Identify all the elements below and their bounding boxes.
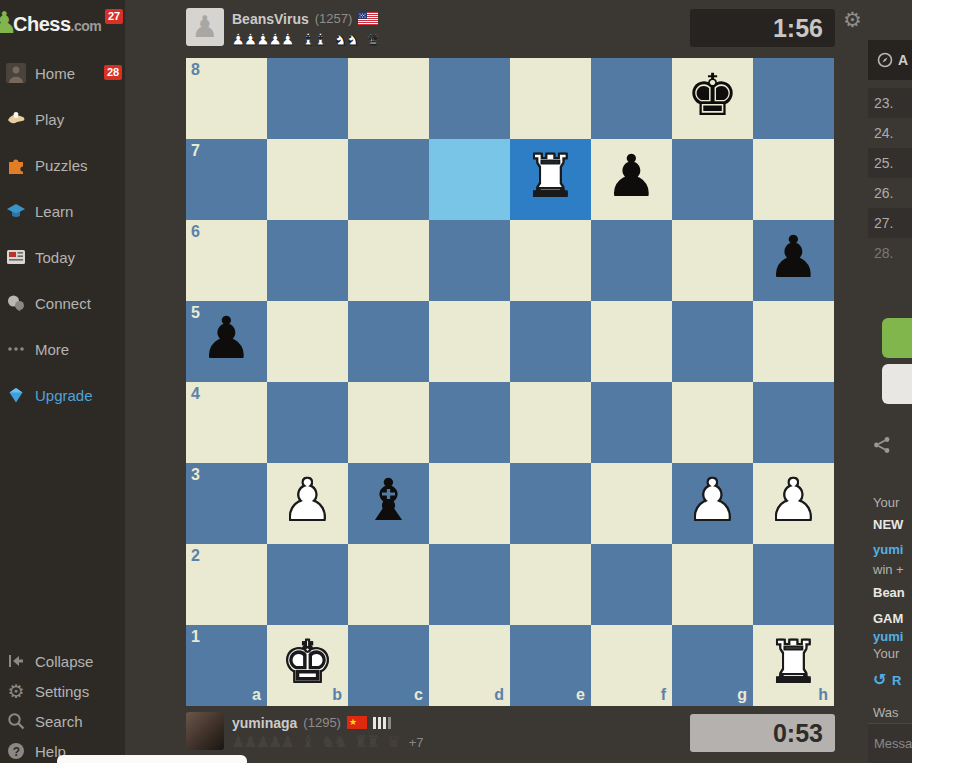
- square-h7[interactable]: [753, 139, 834, 220]
- compass-icon: [877, 52, 893, 68]
- panel-text[interactable]: ↺ R: [873, 670, 901, 689]
- captured-knights: ♞♞: [333, 31, 358, 49]
- black-bishop[interactable]: ♝: [348, 460, 429, 541]
- top-player-clock: 1:56: [690, 9, 835, 47]
- square-a3[interactable]: 3: [186, 463, 267, 544]
- move-row-28[interactable]: 28.: [868, 238, 912, 268]
- bottom-player-name[interactable]: yuminaga: [232, 715, 297, 731]
- message-input[interactable]: Messa: [868, 723, 912, 763]
- square-e5[interactable]: [510, 301, 591, 382]
- puzzle-icon: [5, 155, 27, 175]
- dots-icon: [5, 339, 27, 359]
- white-king[interactable]: ♚: [267, 622, 348, 703]
- captured-rooks: ♜♜: [354, 733, 379, 751]
- diamond-icon: [5, 385, 27, 405]
- sidebar-item-today[interactable]: Today: [0, 244, 125, 270]
- panel-text: Your: [873, 495, 899, 510]
- square-f1[interactable]: f: [591, 625, 672, 706]
- tooltip-edge: [57, 755, 247, 763]
- sidebar-item-settings[interactable]: ⚙Settings: [0, 678, 125, 704]
- square-d3[interactable]: [429, 463, 510, 544]
- file-label-g: g: [737, 687, 747, 703]
- rematch-icon[interactable]: ↺: [873, 670, 892, 689]
- white-pawn[interactable]: ♟: [267, 460, 348, 541]
- play-hand-icon: [5, 109, 27, 129]
- square-d4[interactable]: [429, 382, 510, 463]
- secondary-action-button[interactable]: [882, 364, 912, 404]
- square-c5[interactable]: [348, 301, 429, 382]
- panel-header-tab[interactable]: A: [868, 40, 912, 80]
- square-a6[interactable]: 6: [186, 220, 267, 301]
- sidebar-item-label: Upgrade: [35, 387, 93, 404]
- panel-text: GAM: [873, 611, 903, 626]
- square-h3[interactable]: ♟: [753, 463, 834, 544]
- us-flag-icon: [358, 12, 378, 25]
- notification-badge: 28: [104, 65, 122, 80]
- white-rook[interactable]: ♜: [510, 136, 591, 217]
- square-a4[interactable]: 4: [186, 382, 267, 463]
- sidebar-item-label: Puzzles: [35, 157, 88, 174]
- top-player-name[interactable]: BeansVirus: [232, 11, 309, 27]
- square-d6[interactable]: [429, 220, 510, 301]
- logo-text: Chess.com: [13, 13, 101, 36]
- black-king[interactable]: ♚: [672, 55, 753, 136]
- material-advantage: +7: [409, 735, 424, 750]
- square-d8[interactable]: [429, 58, 510, 139]
- square-g3[interactable]: ♟: [672, 463, 753, 544]
- move-row-24[interactable]: 24.: [868, 118, 912, 148]
- captured-pawns: ♟♟♟♟♟: [231, 733, 293, 751]
- sidebar-item-label: Today: [35, 249, 75, 266]
- learn-cap-icon: [5, 201, 27, 221]
- rank-label-6: 6: [191, 224, 200, 240]
- avatar-photo-icon: [5, 63, 27, 83]
- square-b4[interactable]: [267, 382, 348, 463]
- square-f5[interactable]: [591, 301, 672, 382]
- bottom-player-clock: 0:53: [690, 714, 835, 752]
- sidebar-item-puzzles[interactable]: Puzzles: [0, 152, 125, 178]
- square-e4[interactable]: [510, 382, 591, 463]
- square-f2[interactable]: [591, 544, 672, 625]
- gear-icon: ⚙: [5, 681, 27, 701]
- rank-label-1: 1: [191, 629, 200, 645]
- sidebar-item-label: Home: [35, 65, 75, 82]
- panel-text: Was: [873, 705, 899, 720]
- square-g2[interactable]: [672, 544, 753, 625]
- svg-text:?: ?: [13, 745, 20, 759]
- square-a1[interactable]: 1a: [186, 625, 267, 706]
- help-icon: ?: [5, 741, 27, 761]
- white-pawn[interactable]: ♟: [672, 460, 753, 541]
- square-f6[interactable]: [591, 220, 672, 301]
- bottom-player-avatar[interactable]: [186, 712, 224, 750]
- cn-flag-icon: ★: [347, 716, 367, 729]
- square-h2[interactable]: [753, 544, 834, 625]
- primary-action-button[interactable]: [882, 318, 912, 358]
- sidebar-item-label: Connect: [35, 295, 91, 312]
- rank-label-8: 8: [191, 62, 200, 78]
- board-settings-gear-icon[interactable]: ⚙: [843, 8, 862, 32]
- panel-text: Bean: [873, 585, 905, 600]
- black-pawn[interactable]: ♟: [186, 298, 267, 379]
- rank-label-2: 2: [191, 548, 200, 564]
- square-f3[interactable]: [591, 463, 672, 544]
- sidebar-item-connect[interactable]: Connect: [0, 290, 125, 316]
- sidebar-item-label: More: [35, 341, 69, 358]
- white-pawn[interactable]: ♟: [753, 460, 834, 541]
- file-label-e: e: [576, 687, 585, 703]
- square-e3[interactable]: [510, 463, 591, 544]
- square-g5[interactable]: [672, 301, 753, 382]
- move-row-27[interactable]: 27.: [868, 208, 912, 238]
- captured-pawns: ♟♟♟♟♟: [231, 31, 293, 49]
- sidebar-item-label: Learn: [35, 203, 73, 220]
- square-c8[interactable]: [348, 58, 429, 139]
- panel-text: win +: [873, 562, 904, 577]
- square-h4[interactable]: [753, 382, 834, 463]
- square-b1[interactable]: b♚: [267, 625, 348, 706]
- pawn-avatar-icon: ♟: [192, 8, 219, 46]
- square-g1[interactable]: g: [672, 625, 753, 706]
- square-c2[interactable]: [348, 544, 429, 625]
- rank-label-3: 3: [191, 467, 200, 483]
- square-d7[interactable]: [429, 139, 510, 220]
- square-c6[interactable]: [348, 220, 429, 301]
- sidebar-item-label: Collapse: [35, 653, 93, 670]
- move-row-23[interactable]: 23.: [868, 88, 912, 118]
- panel-text[interactable]: yumi: [873, 542, 903, 557]
- sidebar-item-label: Play: [35, 111, 64, 128]
- square-g6[interactable]: [672, 220, 753, 301]
- square-e1[interactable]: e: [510, 625, 591, 706]
- file-label-c: c: [414, 687, 423, 703]
- square-f7[interactable]: ♟: [591, 139, 672, 220]
- bottom-captured-pieces: ♟♟♟♟♟♝♞♞♜♜♛+7: [231, 733, 424, 751]
- square-d1[interactable]: d: [429, 625, 510, 706]
- captured-knights: ♞♞: [321, 733, 346, 751]
- viewport-cut: [912, 0, 960, 763]
- panel-text[interactable]: yumi: [873, 629, 903, 644]
- square-c4[interactable]: [348, 382, 429, 463]
- sidebar-item-label: Search: [35, 713, 83, 730]
- sidebar-item-more[interactable]: More: [0, 336, 125, 362]
- sidebar-item-learn[interactable]: Learn: [0, 198, 125, 224]
- square-d2[interactable]: [429, 544, 510, 625]
- square-b7[interactable]: [267, 139, 348, 220]
- share-icon[interactable]: [873, 428, 912, 462]
- sidebar-item-collapse[interactable]: Collapse: [0, 648, 125, 674]
- square-h6[interactable]: ♟: [753, 220, 834, 301]
- file-label-d: d: [494, 687, 504, 703]
- square-a7[interactable]: 7: [186, 139, 267, 220]
- sidebar-item-play[interactable]: Play: [0, 106, 125, 132]
- rank-label-4: 4: [191, 386, 200, 402]
- captured-queens: ♛: [386, 733, 398, 751]
- square-b6[interactable]: [267, 220, 348, 301]
- file-label-f: f: [661, 687, 666, 703]
- top-captured-pieces: ♟♟♟♟♟♝♝♞♞♛: [231, 31, 378, 49]
- square-h5[interactable]: [753, 301, 834, 382]
- square-b8[interactable]: [267, 58, 348, 139]
- search-icon: [5, 711, 27, 731]
- square-g4[interactable]: [672, 382, 753, 463]
- square-e2[interactable]: [510, 544, 591, 625]
- captured-bishops: ♝♝: [301, 31, 326, 49]
- rank-label-7: 7: [191, 143, 200, 159]
- square-c3[interactable]: ♝: [348, 463, 429, 544]
- chesscom-logo[interactable]: ♟ Chess.com 27: [0, 6, 125, 40]
- square-a2[interactable]: 2: [186, 544, 267, 625]
- square-e8[interactable]: [510, 58, 591, 139]
- svg-text:★: ★: [349, 717, 357, 727]
- sidebar-item-search[interactable]: Search: [0, 708, 125, 734]
- game-panel: A 23.24.25.26.27.28. YourNEWyumiwin +Bea…: [868, 40, 912, 763]
- square-d5[interactable]: [429, 301, 510, 382]
- square-b5[interactable]: [267, 301, 348, 382]
- notification-badge: 27: [105, 9, 123, 24]
- top-player-avatar[interactable]: ♟: [186, 8, 224, 46]
- black-pawn[interactable]: ♟: [591, 136, 672, 217]
- move-row-25[interactable]: 25.: [868, 148, 912, 178]
- collapse-icon: [5, 651, 27, 671]
- chat-bubbles-icon: [5, 293, 27, 313]
- square-a5[interactable]: 5♟: [186, 301, 267, 382]
- panel-text: Your: [873, 646, 899, 661]
- square-h1[interactable]: h♜: [753, 625, 834, 706]
- sidebar-item-label: Settings: [35, 683, 89, 700]
- black-pawn[interactable]: ♟: [753, 217, 834, 298]
- file-label-a: a: [252, 687, 261, 703]
- captured-bishops: ♝: [301, 733, 313, 751]
- square-c7[interactable]: [348, 139, 429, 220]
- square-g7[interactable]: [672, 139, 753, 220]
- square-c1[interactable]: c: [348, 625, 429, 706]
- panel-header-label: A: [898, 52, 908, 68]
- square-b2[interactable]: [267, 544, 348, 625]
- square-a8[interactable]: 8: [186, 58, 267, 139]
- square-e7[interactable]: ♜: [510, 139, 591, 220]
- square-h8[interactable]: [753, 58, 834, 139]
- sidebar-item-upgrade[interactable]: Upgrade: [0, 382, 125, 408]
- bottom-player-rating: (1295): [303, 715, 341, 730]
- square-e6[interactable]: [510, 220, 591, 301]
- square-f4[interactable]: [591, 382, 672, 463]
- panel-text: NEW: [873, 517, 903, 532]
- move-row-26[interactable]: 26.: [868, 178, 912, 208]
- white-rook[interactable]: ♜: [753, 622, 834, 703]
- captured-queens: ♛: [366, 31, 378, 49]
- top-player-rating: (1257): [315, 11, 353, 26]
- connection-signal-icon: [373, 717, 391, 729]
- square-f8[interactable]: [591, 58, 672, 139]
- chess-board[interactable]: 8♚7♜♟6♟5♟43♟♝♟♟21ab♚cdefgh♜: [186, 58, 834, 706]
- newspaper-icon: [5, 247, 27, 267]
- square-b3[interactable]: ♟: [267, 463, 348, 544]
- square-g8[interactable]: ♚: [672, 58, 753, 139]
